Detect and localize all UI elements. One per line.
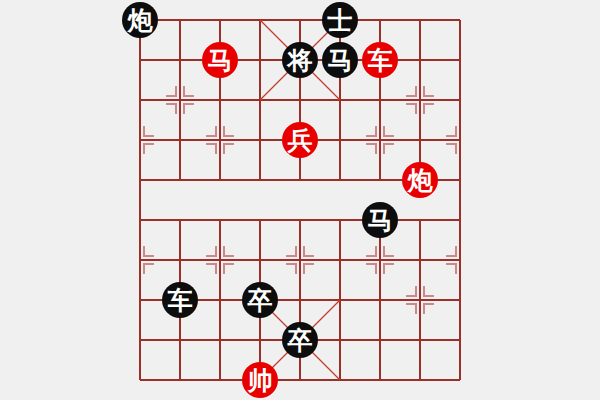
piece-black-horse[interactable]: 马 bbox=[322, 42, 358, 78]
piece-red-king[interactable]: 帅 bbox=[242, 362, 278, 398]
piece-black-soldier[interactable]: 卒 bbox=[242, 282, 278, 318]
piece-red-horse[interactable]: 马 bbox=[202, 42, 238, 78]
piece-black-horse-2[interactable]: 马 bbox=[362, 202, 398, 238]
piece-black-advisor[interactable]: 士 bbox=[322, 2, 358, 38]
piece-black-king[interactable]: 将 bbox=[282, 42, 318, 78]
piece-red-cannon[interactable]: 炮 bbox=[402, 162, 438, 198]
xiangqi-diagram: 炮士马将马车兵炮马车卒卒帅 bbox=[0, 0, 600, 400]
piece-black-soldier-2[interactable]: 卒 bbox=[282, 322, 318, 358]
piece-black-chariot[interactable]: 车 bbox=[162, 282, 198, 318]
piece-red-chariot[interactable]: 车 bbox=[362, 42, 398, 78]
piece-black-cannon[interactable]: 炮 bbox=[122, 2, 158, 38]
piece-red-soldier[interactable]: 兵 bbox=[282, 122, 318, 158]
